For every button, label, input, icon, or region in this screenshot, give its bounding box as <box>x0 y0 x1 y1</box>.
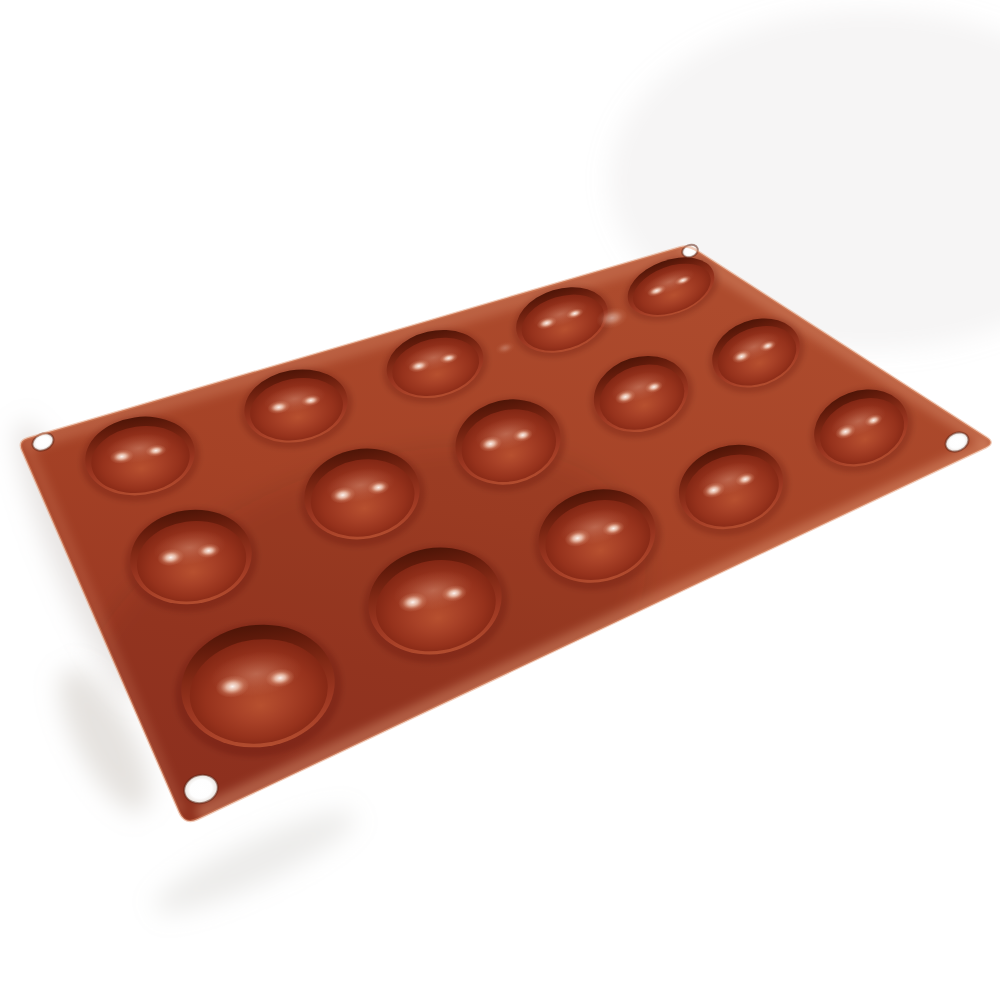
mold-photo <box>0 0 1000 1000</box>
backdrop-shadow <box>146 796 364 929</box>
photo-stage: Angled overhead photo of a terracotta-co… <box>0 0 1000 1000</box>
